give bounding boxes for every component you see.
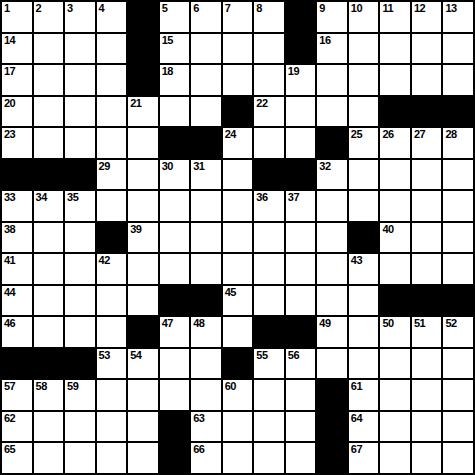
- white-cell-r10c1[interactable]: 44: [2, 286, 32, 316]
- white-cell-r3c2[interactable]: [34, 65, 64, 95]
- white-cell-r8c7[interactable]: [191, 223, 221, 253]
- white-cell-r6c14[interactable]: [412, 160, 442, 190]
- clue-number: 30: [162, 160, 173, 173]
- clue-number: 51: [414, 317, 425, 330]
- white-cell-r14c2[interactable]: [34, 412, 64, 442]
- clue-number: 40: [382, 223, 393, 236]
- clue-number: 7: [225, 2, 231, 15]
- clue-number: 59: [67, 380, 78, 393]
- clue-number: 52: [445, 317, 456, 330]
- white-cell-r8c8[interactable]: [223, 223, 253, 253]
- white-cell-r8c3[interactable]: [65, 223, 95, 253]
- white-cell-r3c3[interactable]: [65, 65, 95, 95]
- white-cell-r7c10[interactable]: 37: [286, 191, 316, 221]
- white-cell-r15c10[interactable]: [286, 443, 316, 473]
- white-cell-r6c4[interactable]: 29: [97, 160, 127, 190]
- white-cell-r1c7[interactable]: 6: [191, 2, 221, 32]
- white-cell-r9c8[interactable]: [223, 254, 253, 284]
- white-cell-r1c3[interactable]: 3: [65, 2, 95, 32]
- white-cell-r3c6[interactable]: 18: [160, 65, 190, 95]
- white-cell-r9c13[interactable]: [380, 254, 410, 284]
- white-cell-r2c8[interactable]: [223, 34, 253, 64]
- white-cell-r5c13[interactable]: 26: [380, 128, 410, 158]
- white-cell-r3c7[interactable]: [191, 65, 221, 95]
- clue-number: 26: [382, 128, 393, 141]
- white-cell-r3c10[interactable]: 19: [286, 65, 316, 95]
- black-cell-r4c8: [223, 97, 253, 127]
- black-cell-r10c15: [443, 286, 473, 316]
- clue-number: 61: [351, 380, 362, 393]
- white-cell-r13c14[interactable]: [412, 380, 442, 410]
- black-cell-r6c2: [34, 160, 64, 190]
- white-cell-r11c7[interactable]: 48: [191, 317, 221, 347]
- white-cell-r8c1[interactable]: 38: [2, 223, 32, 253]
- white-cell-r5c12[interactable]: 25: [349, 128, 379, 158]
- clue-number: 23: [4, 128, 15, 141]
- white-cell-r3c13[interactable]: [380, 65, 410, 95]
- white-cell-r15c2[interactable]: [34, 443, 64, 473]
- white-cell-r10c5[interactable]: [128, 286, 158, 316]
- clue-number: 11: [382, 2, 393, 15]
- black-cell-r6c9: [254, 160, 284, 190]
- white-cell-r14c15[interactable]: [443, 412, 473, 442]
- white-cell-r13c1[interactable]: 57: [2, 380, 32, 410]
- white-cell-r4c9[interactable]: 22: [254, 97, 284, 127]
- clue-number: 15: [162, 34, 173, 47]
- black-cell-r1c10: [286, 2, 316, 32]
- white-cell-r13c13[interactable]: [380, 380, 410, 410]
- clue-number: 43: [351, 254, 362, 267]
- white-cell-r15c4[interactable]: [97, 443, 127, 473]
- white-cell-r12c12[interactable]: [349, 349, 379, 379]
- white-cell-r8c2[interactable]: [34, 223, 64, 253]
- white-cell-r6c7[interactable]: 31: [191, 160, 221, 190]
- white-cell-r7c2[interactable]: 34: [34, 191, 64, 221]
- white-cell-r8c15[interactable]: [443, 223, 473, 253]
- clue-number: 47: [162, 317, 173, 330]
- white-cell-r10c12[interactable]: [349, 286, 379, 316]
- white-cell-r7c4[interactable]: [97, 191, 127, 221]
- black-cell-r5c6: [160, 128, 190, 158]
- white-cell-r13c6[interactable]: [160, 380, 190, 410]
- black-cell-r12c3: [65, 349, 95, 379]
- clue-number: 16: [319, 34, 330, 47]
- white-cell-r14c3[interactable]: [65, 412, 95, 442]
- white-cell-r4c6[interactable]: [160, 97, 190, 127]
- white-cell-r1c4[interactable]: 4: [97, 2, 127, 32]
- black-cell-r2c10: [286, 34, 316, 64]
- white-cell-r2c3[interactable]: [65, 34, 95, 64]
- white-cell-r12c10[interactable]: 56: [286, 349, 316, 379]
- clue-number: 33: [4, 191, 15, 204]
- white-cell-r2c1[interactable]: 14: [2, 34, 32, 64]
- black-cell-r3c5: [128, 65, 158, 95]
- white-cell-r12c9[interactable]: 55: [254, 349, 284, 379]
- clue-number: 3: [67, 2, 73, 15]
- clue-number: 12: [414, 2, 425, 15]
- clue-number: 34: [36, 191, 47, 204]
- white-cell-r2c9[interactable]: [254, 34, 284, 64]
- white-cell-r9c11[interactable]: [317, 254, 347, 284]
- clue-number: 56: [288, 349, 299, 362]
- white-cell-r10c4[interactable]: [97, 286, 127, 316]
- white-cell-r12c5[interactable]: 54: [128, 349, 158, 379]
- white-cell-r6c6[interactable]: 30: [160, 160, 190, 190]
- white-cell-r12c15[interactable]: [443, 349, 473, 379]
- white-cell-r7c15[interactable]: [443, 191, 473, 221]
- white-cell-r14c5[interactable]: [128, 412, 158, 442]
- white-cell-r5c15[interactable]: 28: [443, 128, 473, 158]
- white-cell-r5c1[interactable]: 23: [2, 128, 32, 158]
- white-cell-r15c15[interactable]: [443, 443, 473, 473]
- white-cell-r11c13[interactable]: 50: [380, 317, 410, 347]
- white-cell-r7c1[interactable]: 33: [2, 191, 32, 221]
- clue-number: 53: [99, 349, 110, 362]
- white-cell-r1c6[interactable]: 5: [160, 2, 190, 32]
- white-cell-r9c9[interactable]: [254, 254, 284, 284]
- white-cell-r1c14[interactable]: 12: [412, 2, 442, 32]
- white-cell-r11c12[interactable]: [349, 317, 379, 347]
- black-cell-r10c7: [191, 286, 221, 316]
- clue-number: 21: [130, 97, 141, 110]
- white-cell-r9c14[interactable]: [412, 254, 442, 284]
- white-cell-r9c2[interactable]: [34, 254, 64, 284]
- black-cell-r10c13: [380, 286, 410, 316]
- white-cell-r11c1[interactable]: 46: [2, 317, 32, 347]
- white-cell-r4c5[interactable]: 21: [128, 97, 158, 127]
- white-cell-r4c2[interactable]: [34, 97, 64, 127]
- white-cell-r9c5[interactable]: [128, 254, 158, 284]
- white-cell-r5c14[interactable]: 27: [412, 128, 442, 158]
- white-cell-r13c4[interactable]: [97, 380, 127, 410]
- black-cell-r1c5: [128, 2, 158, 32]
- white-cell-r12c7[interactable]: [191, 349, 221, 379]
- white-cell-r2c12[interactable]: [349, 34, 379, 64]
- white-cell-r15c9[interactable]: [254, 443, 284, 473]
- white-cell-r2c14[interactable]: [412, 34, 442, 64]
- clue-number: 32: [319, 160, 330, 173]
- black-cell-r14c6: [160, 412, 190, 442]
- clue-number: 2: [36, 2, 42, 15]
- clue-number: 14: [4, 34, 15, 47]
- white-cell-r3c8[interactable]: [223, 65, 253, 95]
- clue-number: 65: [4, 443, 15, 456]
- white-cell-r7c5[interactable]: [128, 191, 158, 221]
- white-cell-r11c4[interactable]: [97, 317, 127, 347]
- white-cell-r12c13[interactable]: [380, 349, 410, 379]
- white-cell-r2c6[interactable]: 15: [160, 34, 190, 64]
- white-cell-r11c15[interactable]: 52: [443, 317, 473, 347]
- white-cell-r7c13[interactable]: [380, 191, 410, 221]
- white-cell-r2c15[interactable]: [443, 34, 473, 64]
- white-cell-r11c6[interactable]: 47: [160, 317, 190, 347]
- white-cell-r9c7[interactable]: [191, 254, 221, 284]
- white-cell-r11c14[interactable]: 51: [412, 317, 442, 347]
- white-cell-r10c11[interactable]: [317, 286, 347, 316]
- clue-number: 38: [4, 223, 15, 236]
- white-cell-r4c1[interactable]: 20: [2, 97, 32, 127]
- black-cell-r4c14: [412, 97, 442, 127]
- clue-number: 54: [130, 349, 141, 362]
- clue-number: 48: [193, 317, 204, 330]
- white-cell-r10c3[interactable]: [65, 286, 95, 316]
- white-cell-r1c15[interactable]: 13: [443, 2, 473, 32]
- white-cell-r2c11[interactable]: 16: [317, 34, 347, 64]
- black-cell-r15c6: [160, 443, 190, 473]
- white-cell-r15c13[interactable]: [380, 443, 410, 473]
- clue-number: 19: [288, 65, 299, 78]
- white-cell-r4c3[interactable]: [65, 97, 95, 127]
- white-cell-r6c12[interactable]: [349, 160, 379, 190]
- white-cell-r3c15[interactable]: [443, 65, 473, 95]
- clue-number: 5: [162, 2, 168, 15]
- white-cell-r15c8[interactable]: [223, 443, 253, 473]
- white-cell-r12c14[interactable]: [412, 349, 442, 379]
- clue-number: 29: [99, 160, 110, 173]
- black-cell-r10c6: [160, 286, 190, 316]
- clue-number: 63: [193, 412, 204, 425]
- clue-number: 39: [130, 223, 141, 236]
- black-cell-r14c11: [317, 412, 347, 442]
- white-cell-r7c7[interactable]: [191, 191, 221, 221]
- white-cell-r5c4[interactable]: [97, 128, 127, 158]
- clue-number: 1: [4, 2, 10, 15]
- white-cell-r8c5[interactable]: 39: [128, 223, 158, 253]
- clue-number: 10: [351, 2, 362, 15]
- white-cell-r11c11[interactable]: 49: [317, 317, 347, 347]
- clue-number: 64: [351, 412, 362, 425]
- clue-number: 45: [225, 286, 236, 299]
- white-cell-r9c4[interactable]: 42: [97, 254, 127, 284]
- clue-number: 46: [4, 317, 15, 330]
- black-cell-r4c15: [443, 97, 473, 127]
- white-cell-r3c11[interactable]: [317, 65, 347, 95]
- clue-number: 31: [193, 160, 204, 173]
- white-cell-r4c7[interactable]: [191, 97, 221, 127]
- white-cell-r8c11[interactable]: [317, 223, 347, 253]
- white-cell-r7c3[interactable]: 35: [65, 191, 95, 221]
- clue-number: 4: [99, 2, 105, 15]
- clue-number: 25: [351, 128, 362, 141]
- white-cell-r8c10[interactable]: [286, 223, 316, 253]
- white-cell-r13c3[interactable]: 59: [65, 380, 95, 410]
- white-cell-r6c11[interactable]: 32: [317, 160, 347, 190]
- white-cell-r10c9[interactable]: [254, 286, 284, 316]
- white-cell-r14c14[interactable]: [412, 412, 442, 442]
- white-cell-r2c13[interactable]: [380, 34, 410, 64]
- white-cell-r12c6[interactable]: [160, 349, 190, 379]
- white-cell-r15c12[interactable]: 67: [349, 443, 379, 473]
- black-cell-r4c13: [380, 97, 410, 127]
- clue-number: 24: [225, 128, 236, 141]
- clue-number: 37: [288, 191, 299, 204]
- white-cell-r5c2[interactable]: [34, 128, 64, 158]
- clue-number: 50: [382, 317, 393, 330]
- white-cell-r2c4[interactable]: [97, 34, 127, 64]
- white-cell-r11c8[interactable]: [223, 317, 253, 347]
- white-cell-r3c9[interactable]: [254, 65, 284, 95]
- black-cell-r6c3: [65, 160, 95, 190]
- white-cell-r9c6[interactable]: [160, 254, 190, 284]
- white-cell-r11c2[interactable]: [34, 317, 64, 347]
- clue-number: 9: [319, 2, 325, 15]
- white-cell-r3c4[interactable]: [97, 65, 127, 95]
- clue-number: 18: [162, 65, 173, 78]
- clue-number: 49: [319, 317, 330, 330]
- white-cell-r5c9[interactable]: [254, 128, 284, 158]
- clue-number: 66: [193, 443, 204, 456]
- white-cell-r13c15[interactable]: [443, 380, 473, 410]
- white-cell-r4c12[interactable]: [349, 97, 379, 127]
- clue-number: 44: [4, 286, 15, 299]
- white-cell-r6c5[interactable]: [128, 160, 158, 190]
- white-cell-r4c11[interactable]: [317, 97, 347, 127]
- black-cell-r8c12: [349, 223, 379, 253]
- white-cell-r2c7[interactable]: [191, 34, 221, 64]
- white-cell-r7c14[interactable]: [412, 191, 442, 221]
- white-cell-r9c1[interactable]: 41: [2, 254, 32, 284]
- white-cell-r15c7[interactable]: 66: [191, 443, 221, 473]
- clue-number: 58: [36, 380, 47, 393]
- white-cell-r1c9[interactable]: 8: [254, 2, 284, 32]
- clue-number: 22: [256, 97, 267, 110]
- white-cell-r9c12[interactable]: 43: [349, 254, 379, 284]
- white-cell-r13c12[interactable]: 61: [349, 380, 379, 410]
- white-cell-r12c11[interactable]: [317, 349, 347, 379]
- white-cell-r1c13[interactable]: 11: [380, 2, 410, 32]
- white-cell-r13c8[interactable]: 60: [223, 380, 253, 410]
- white-cell-r8c13[interactable]: 40: [380, 223, 410, 253]
- white-cell-r13c5[interactable]: [128, 380, 158, 410]
- white-cell-r14c12[interactable]: 64: [349, 412, 379, 442]
- white-cell-r5c10[interactable]: [286, 128, 316, 158]
- black-cell-r15c11: [317, 443, 347, 473]
- white-cell-r15c1[interactable]: 65: [2, 443, 32, 473]
- white-cell-r14c10[interactable]: [286, 412, 316, 442]
- white-cell-r14c9[interactable]: [254, 412, 284, 442]
- white-cell-r7c9[interactable]: 36: [254, 191, 284, 221]
- black-cell-r6c1: [2, 160, 32, 190]
- black-cell-r12c8: [223, 349, 253, 379]
- white-cell-r3c12[interactable]: [349, 65, 379, 95]
- white-cell-r1c11[interactable]: 9: [317, 2, 347, 32]
- black-cell-r6c10: [286, 160, 316, 190]
- white-cell-r7c12[interactable]: [349, 191, 379, 221]
- clue-number: 41: [4, 254, 15, 267]
- white-cell-r13c2[interactable]: 58: [34, 380, 64, 410]
- white-cell-r6c8[interactable]: [223, 160, 253, 190]
- white-cell-r14c8[interactable]: [223, 412, 253, 442]
- clue-number: 17: [4, 65, 15, 78]
- white-cell-r13c10[interactable]: [286, 380, 316, 410]
- white-cell-r9c3[interactable]: [65, 254, 95, 284]
- white-cell-r3c1[interactable]: 17: [2, 65, 32, 95]
- white-cell-r14c1[interactable]: 62: [2, 412, 32, 442]
- clue-number: 62: [4, 412, 15, 425]
- white-cell-r7c6[interactable]: [160, 191, 190, 221]
- clue-number: 6: [193, 2, 199, 15]
- white-cell-r7c8[interactable]: [223, 191, 253, 221]
- white-cell-r13c7[interactable]: [191, 380, 221, 410]
- white-cell-r12c4[interactable]: 53: [97, 349, 127, 379]
- black-cell-r11c5: [128, 317, 158, 347]
- white-cell-r14c7[interactable]: 63: [191, 412, 221, 442]
- white-cell-r15c3[interactable]: [65, 443, 95, 473]
- clue-number: 67: [351, 443, 362, 456]
- clue-number: 13: [445, 2, 456, 15]
- clue-number: 36: [256, 191, 267, 204]
- clue-number: 28: [445, 128, 456, 141]
- clue-number: 27: [414, 128, 425, 141]
- black-cell-r2c5: [128, 34, 158, 64]
- white-cell-r9c10[interactable]: [286, 254, 316, 284]
- black-cell-r11c10: [286, 317, 316, 347]
- white-cell-r10c2[interactable]: [34, 286, 64, 316]
- black-cell-r12c1: [2, 349, 32, 379]
- black-cell-r10c14: [412, 286, 442, 316]
- white-cell-r11c3[interactable]: [65, 317, 95, 347]
- white-cell-r1c2[interactable]: 2: [34, 2, 64, 32]
- white-cell-r1c8[interactable]: 7: [223, 2, 253, 32]
- black-cell-r11c9: [254, 317, 284, 347]
- white-cell-r5c5[interactable]: [128, 128, 158, 158]
- white-cell-r15c5[interactable]: [128, 443, 158, 473]
- clue-number: 20: [4, 97, 15, 110]
- black-cell-r13c11: [317, 380, 347, 410]
- clue-number: 35: [67, 191, 78, 204]
- clue-number: 8: [256, 2, 262, 15]
- white-cell-r7c11[interactable]: [317, 191, 347, 221]
- white-cell-r14c13[interactable]: [380, 412, 410, 442]
- white-cell-r6c13[interactable]: [380, 160, 410, 190]
- white-cell-r4c4[interactable]: [97, 97, 127, 127]
- crossword-grid: 1234567891011121314151617181920212223242…: [0, 0, 475, 475]
- white-cell-r2c2[interactable]: [34, 34, 64, 64]
- black-cell-r12c2: [34, 349, 64, 379]
- white-cell-r15c14[interactable]: [412, 443, 442, 473]
- white-cell-r10c8[interactable]: 45: [223, 286, 253, 316]
- white-cell-r1c12[interactable]: 10: [349, 2, 379, 32]
- white-cell-r5c3[interactable]: [65, 128, 95, 158]
- white-cell-r8c14[interactable]: [412, 223, 442, 253]
- white-cell-r9c15[interactable]: [443, 254, 473, 284]
- white-cell-r10c10[interactable]: [286, 286, 316, 316]
- clue-number: 60: [225, 380, 236, 393]
- white-cell-r13c9[interactable]: [254, 380, 284, 410]
- clue-number: 42: [99, 254, 110, 267]
- white-cell-r5c8[interactable]: 24: [223, 128, 253, 158]
- white-cell-r8c9[interactable]: [254, 223, 284, 253]
- clue-number: 55: [256, 349, 267, 362]
- white-cell-r1c1[interactable]: 1: [2, 2, 32, 32]
- white-cell-r6c15[interactable]: [443, 160, 473, 190]
- white-cell-r3c14[interactable]: [412, 65, 442, 95]
- clue-number: 57: [4, 380, 15, 393]
- white-cell-r14c4[interactable]: [97, 412, 127, 442]
- black-cell-r8c4: [97, 223, 127, 253]
- white-cell-r8c6[interactable]: [160, 223, 190, 253]
- black-cell-r5c11: [317, 128, 347, 158]
- black-cell-r5c7: [191, 128, 221, 158]
- white-cell-r4c10[interactable]: [286, 97, 316, 127]
